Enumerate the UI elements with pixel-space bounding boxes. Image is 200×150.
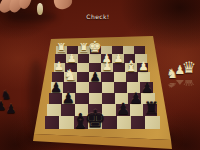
piece-black-pawn-g6[interactable]: ♟	[62, 91, 75, 106]
piece-black-king-e8[interactable]: ♚	[84, 108, 105, 132]
square-h7[interactable]	[47, 104, 61, 116]
square-f4[interactable]	[77, 72, 89, 82]
piece-white-rook-h1[interactable]: ♜	[56, 43, 67, 55]
check-message: Check!	[86, 13, 109, 20]
square-f6[interactable]	[75, 93, 88, 104]
square-a1[interactable]	[134, 46, 145, 54]
piece-black-pawn-a5[interactable]: ♟	[141, 81, 153, 95]
piece-black-pawn-b6[interactable]: ♟	[129, 91, 142, 106]
piece-white-knight-g4[interactable]: ♞	[63, 68, 76, 83]
square-e5[interactable]	[89, 82, 102, 93]
piece-white-pawn-a3[interactable]: ♟	[138, 61, 148, 72]
square-d4[interactable]	[101, 72, 113, 82]
square-c5[interactable]	[114, 82, 127, 93]
captured-piece-reflection: ♛	[182, 79, 196, 87]
square-f5[interactable]	[76, 82, 89, 93]
square-d6[interactable]	[102, 93, 115, 104]
captured-black-pawn: ♟	[6, 103, 17, 115]
captured-white-queen: ♛	[182, 60, 196, 76]
hand-shadow	[6, 12, 58, 22]
game-scene: ♜♜♚♟♟♟♟♟♝♟♞♟♟♟♟♟♟♜♝♚ ♞♟♟ ♞♞♟♟♛♛ Check!	[0, 0, 200, 150]
piece-black-pawn-h5[interactable]: ♟	[50, 81, 62, 95]
square-e6[interactable]	[89, 93, 102, 104]
square-b1[interactable]	[123, 46, 134, 54]
piece-white-pawn-g2[interactable]: ♟	[67, 53, 77, 64]
piece-white-bishop-b3[interactable]: ♝	[125, 59, 138, 73]
piece-white-king-e1[interactable]: ♚	[88, 40, 102, 55]
piece-white-pawn-d3[interactable]: ♟	[102, 61, 112, 72]
square-h8[interactable]	[45, 116, 59, 129]
square-f3[interactable]	[77, 63, 89, 72]
piece-black-pawn-c7[interactable]: ♟	[116, 102, 130, 118]
piece-white-pawn-c2[interactable]: ♟	[113, 53, 123, 64]
held-piece-icon	[37, 3, 43, 15]
piece-black-pawn-e4[interactable]: ♟	[90, 71, 101, 84]
piece-black-rook-a7[interactable]: ♜	[144, 100, 160, 117]
square-d5[interactable]	[102, 82, 115, 93]
